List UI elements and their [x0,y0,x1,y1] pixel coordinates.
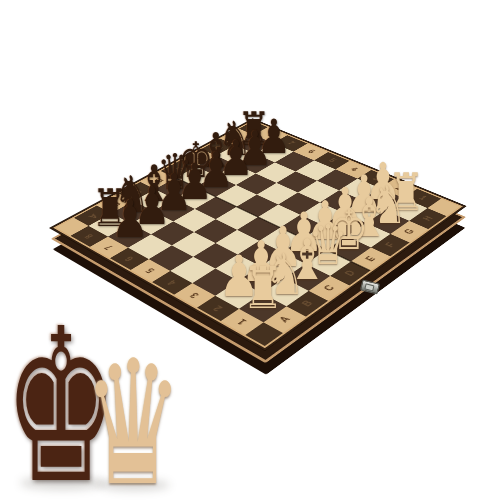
coordinate-label: 3 [371,176,381,182]
coordinate-label: A [87,212,99,218]
coordinate-label: F [194,155,204,160]
frame-corner [245,322,283,346]
square-a6 [128,234,172,259]
coordinate-label: H [232,134,243,139]
coordinate-label: C [131,188,143,194]
rank-label-left: 8 [71,226,108,247]
coordinate-label: 6 [306,149,316,154]
square-c4 [216,230,260,255]
square-c3 [238,241,282,266]
square-a2 [215,281,262,309]
coordinate-label: D [343,270,356,278]
square-a5 [149,245,193,271]
square-a1 [239,293,287,322]
coordinate-label: 5 [145,267,157,274]
coordinate-label: A [278,315,292,323]
coordinate-label: D [152,177,163,183]
coordinate-label: G [403,228,416,235]
square-f2 [323,213,366,237]
rank-label-left: 7 [90,237,128,259]
coordinate-label: 2 [212,304,224,312]
coordinate-label: H [422,215,435,222]
square-b6 [151,221,194,245]
square-f1 [347,223,391,247]
coordinate-label: 8 [83,233,94,239]
product-photo-stage: ABCDEFGH8877665544332211ABCDEFGH ♜♞♝♛♚♝♞… [0,0,500,500]
rank-label-left: 6 [110,248,149,270]
square-d2 [282,239,326,264]
coordinate-label: 5 [327,158,337,163]
square-e2 [303,225,347,249]
square-d3 [259,228,303,253]
square-b1 [262,278,309,306]
square-e1 [327,236,371,261]
square-b5 [172,232,216,257]
coordinate-label: 7 [285,141,295,146]
coordinate-label: E [173,166,184,171]
coordinate-label: B [109,200,121,206]
coordinate-label: C [322,284,336,292]
square-g1 [366,210,409,234]
square-e3 [280,215,323,239]
coordinate-label: F [384,242,396,249]
coordinate-label: G [213,144,224,150]
square-b4 [193,243,237,268]
coordinate-label: 4 [348,167,358,172]
square-a4 [170,257,215,283]
foreground-light-queen: ♛ [83,338,183,500]
coordinate-label: 6 [124,255,136,262]
coordinate-label: 1 [236,318,248,326]
coordinate-label: 7 [103,244,115,251]
coordinate-label: E [364,255,377,262]
square-c1 [284,264,330,291]
coordinate-label: 8 [266,133,276,138]
coordinate-label: B [300,299,314,307]
coordinate-label: 3 [189,291,201,298]
coordinate-label: 4 [166,279,178,286]
coordinate-label: 2 [393,186,403,192]
square-c2 [261,252,306,278]
square-b2 [238,266,284,293]
square-b3 [215,254,260,280]
coordinate-label: 1 [417,195,427,201]
square-c5 [194,219,237,243]
square-d4 [237,217,280,241]
square-a7 [108,224,151,248]
square-d1 [306,250,351,276]
square-a3 [192,269,238,296]
